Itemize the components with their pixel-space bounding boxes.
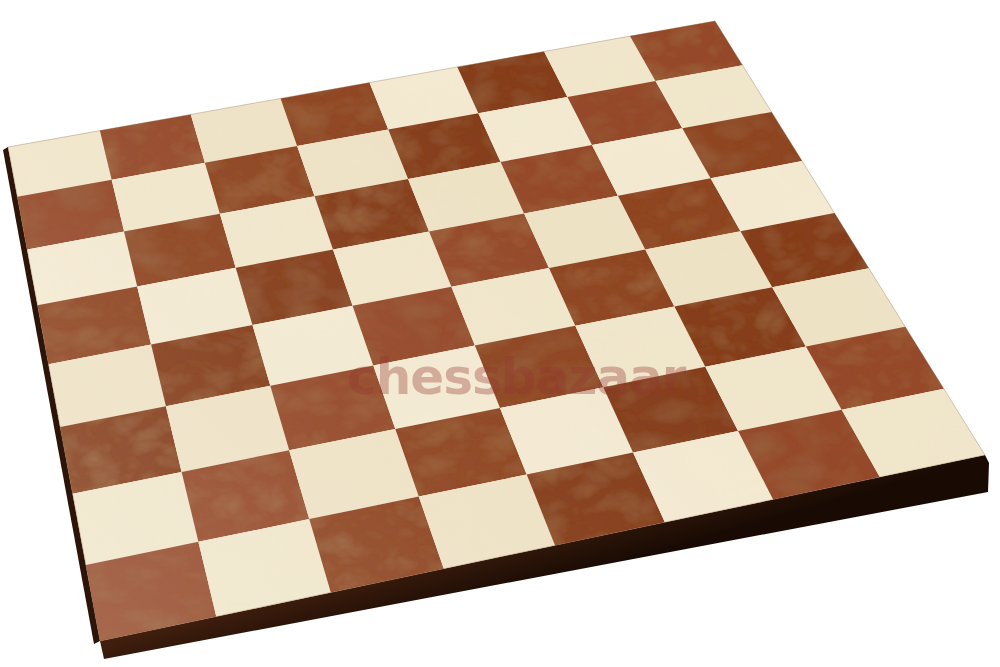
board-sheen bbox=[8, 21, 985, 641]
product-photo-canvas: chessbazaar bbox=[0, 0, 1000, 667]
chess-board bbox=[0, 0, 1000, 667]
